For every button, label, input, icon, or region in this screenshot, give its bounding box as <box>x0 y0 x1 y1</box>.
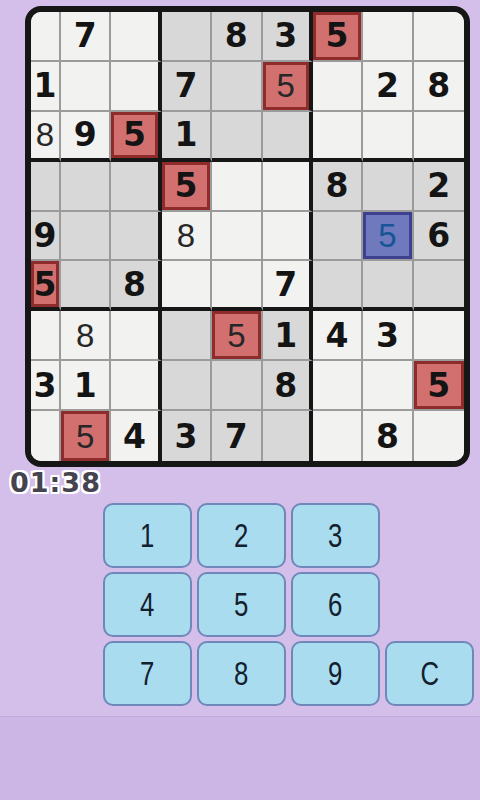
cell-r1c6[interactable]: 3 <box>263 12 313 62</box>
cell-r8c5[interactable] <box>212 361 262 411</box>
cell-r9c9[interactable] <box>414 411 464 461</box>
cell-r8c9[interactable]: 5 <box>414 361 464 411</box>
given-digit: 4 <box>123 420 146 453</box>
cell-r5c3[interactable] <box>111 212 161 262</box>
cell-r4c1[interactable] <box>31 162 61 212</box>
given-digit: 1 <box>74 369 97 402</box>
user-digit: 8 <box>76 319 94 352</box>
timer: 01:38 <box>10 467 101 498</box>
cell-r4c4[interactable]: 5 <box>162 162 212 212</box>
numpad-button-label: 5 <box>234 586 248 624</box>
numpad-button-label: 4 <box>140 586 154 624</box>
numpad-button-9[interactable]: 9 <box>291 641 380 706</box>
given-digit: 9 <box>74 118 97 151</box>
given-digit: 8 <box>225 19 248 52</box>
given-digit: 8 <box>123 268 146 301</box>
user-digit: 5 <box>277 69 295 102</box>
given-digit: 8 <box>376 420 399 453</box>
numpad-button-label: 6 <box>328 586 342 624</box>
given-digit: 7 <box>274 268 297 301</box>
cell-r5c5[interactable] <box>212 212 262 262</box>
given-digit: 7 <box>74 19 97 52</box>
cell-r1c4[interactable] <box>162 12 212 62</box>
cell-r4c7[interactable]: 8 <box>313 162 363 212</box>
cell-r6c4[interactable] <box>162 261 212 311</box>
cell-r6c2[interactable] <box>61 261 111 311</box>
cell-r8c8[interactable] <box>363 361 413 411</box>
numpad-button-4[interactable]: 4 <box>103 572 192 637</box>
given-digit: 5 <box>34 268 57 301</box>
cell-r1c2[interactable]: 7 <box>61 12 111 62</box>
user-digit: 8 <box>36 118 54 151</box>
cell-r5c2[interactable] <box>61 212 111 262</box>
numpad-button-clear[interactable]: C <box>385 641 474 706</box>
cell-r3c3[interactable]: 5 <box>111 112 161 162</box>
cell-r1c9[interactable] <box>414 12 464 62</box>
numpad-button-label: C <box>420 655 439 693</box>
cell-r2c1[interactable]: 1 <box>31 62 61 112</box>
cell-r2c5[interactable] <box>212 62 262 112</box>
cell-r5c8[interactable]: 5 <box>363 212 413 262</box>
cell-r3c2[interactable]: 9 <box>61 112 111 162</box>
given-digit: 1 <box>274 319 297 352</box>
cell-r6c6[interactable]: 7 <box>263 261 313 311</box>
given-digit: 5 <box>174 169 197 202</box>
cell-r7c2[interactable]: 8 <box>61 311 111 361</box>
cell-r7c3[interactable] <box>111 311 161 361</box>
numpad-button-label: 7 <box>140 655 154 693</box>
numpad-button-label: 1 <box>140 517 154 555</box>
cell-r5c1[interactable]: 9 <box>31 212 61 262</box>
cell-r5c7[interactable] <box>313 212 363 262</box>
given-digit: 1 <box>34 69 57 102</box>
cell-r6c5[interactable] <box>212 261 262 311</box>
cell-r3c6[interactable] <box>263 112 313 162</box>
cell-r8c4[interactable] <box>162 361 212 411</box>
cell-r1c1[interactable] <box>31 12 61 62</box>
given-digit: 3 <box>174 420 197 453</box>
user-digit: 5 <box>227 319 245 352</box>
cell-r4c8[interactable] <box>363 162 413 212</box>
given-digit: 9 <box>34 219 57 252</box>
numpad-button-label: 3 <box>328 517 342 555</box>
given-digit: 8 <box>274 369 297 402</box>
numpad-button-label: 8 <box>234 655 248 693</box>
given-digit: 7 <box>174 69 197 102</box>
pad-row: 456 <box>103 572 474 637</box>
cell-r5c6[interactable] <box>263 212 313 262</box>
app-screen: 7835175288951582985658785143318554378 01… <box>0 0 480 800</box>
cell-r4c2[interactable] <box>61 162 111 212</box>
cell-r7c6[interactable]: 1 <box>263 311 313 361</box>
user-digit: 8 <box>177 219 195 252</box>
cell-r7c9[interactable] <box>414 311 464 361</box>
numpad-button-6[interactable]: 6 <box>291 572 380 637</box>
numpad-button-8[interactable]: 8 <box>197 641 286 706</box>
cell-r4c6[interactable] <box>263 162 313 212</box>
given-digit: 5 <box>427 369 450 402</box>
pad-row: 789C <box>103 641 474 706</box>
cell-r5c4[interactable]: 8 <box>162 212 212 262</box>
numpad-button-1[interactable]: 1 <box>103 503 192 568</box>
cell-r5c9[interactable]: 6 <box>414 212 464 262</box>
cell-r9c3[interactable]: 4 <box>111 411 161 461</box>
cell-r4c9[interactable]: 2 <box>414 162 464 212</box>
given-digit: 4 <box>326 319 349 352</box>
cell-r3c7[interactable] <box>313 112 363 162</box>
cell-r8c3[interactable] <box>111 361 161 411</box>
cell-r9c4[interactable]: 3 <box>162 411 212 461</box>
given-digit: 2 <box>427 169 450 202</box>
bottom-band <box>0 716 480 800</box>
cell-r4c3[interactable] <box>111 162 161 212</box>
cell-r6c3[interactable]: 8 <box>111 261 161 311</box>
cell-r9c8[interactable]: 8 <box>363 411 413 461</box>
cell-r3c1[interactable]: 8 <box>31 112 61 162</box>
cell-r1c5[interactable]: 8 <box>212 12 262 62</box>
cell-r6c9[interactable] <box>414 261 464 311</box>
cell-r7c1[interactable] <box>31 311 61 361</box>
cell-r7c5[interactable]: 5 <box>212 311 262 361</box>
given-digit: 2 <box>376 69 399 102</box>
number-pad: 123456789C <box>103 503 474 710</box>
numpad-button-label: 9 <box>328 655 342 693</box>
cell-r3c8[interactable] <box>363 112 413 162</box>
cell-r8c7[interactable] <box>313 361 363 411</box>
given-digit: 5 <box>123 118 146 151</box>
cell-r9c1[interactable] <box>31 411 61 461</box>
cell-r9c7[interactable] <box>313 411 363 461</box>
cell-r7c4[interactable] <box>162 311 212 361</box>
cell-r3c9[interactable] <box>414 112 464 162</box>
cell-r2c6[interactable]: 5 <box>263 62 313 112</box>
cell-r8c6[interactable]: 8 <box>263 361 313 411</box>
cell-r7c7[interactable]: 4 <box>313 311 363 361</box>
numpad-button-7[interactable]: 7 <box>103 641 192 706</box>
cell-r3c4[interactable]: 1 <box>162 112 212 162</box>
numpad-button-2[interactable]: 2 <box>197 503 286 568</box>
cell-r2c8[interactable]: 2 <box>363 62 413 112</box>
cell-r8c1[interactable]: 3 <box>31 361 61 411</box>
cell-r6c7[interactable] <box>313 261 363 311</box>
given-digit: 3 <box>34 369 57 402</box>
user-digit: 5 <box>76 420 94 453</box>
given-digit: 6 <box>427 219 450 252</box>
given-digit: 1 <box>174 118 197 151</box>
cell-r6c8[interactable] <box>363 261 413 311</box>
given-digit: 3 <box>376 319 399 352</box>
cell-r2c9[interactable]: 8 <box>414 62 464 112</box>
pad-row: 123 <box>103 503 474 568</box>
user-digit: 5 <box>378 219 396 252</box>
given-digit: 8 <box>326 169 349 202</box>
numpad-button-5[interactable]: 5 <box>197 572 286 637</box>
sudoku-board: 7835175288951582985658785143318554378 <box>25 6 470 467</box>
cell-r2c3[interactable] <box>111 62 161 112</box>
cell-r1c3[interactable] <box>111 12 161 62</box>
numpad-button-label: 2 <box>234 517 248 555</box>
cell-r9c6[interactable] <box>263 411 313 461</box>
cell-r1c7[interactable]: 5 <box>313 12 363 62</box>
given-digit: 5 <box>326 19 349 52</box>
given-digit: 8 <box>427 69 450 102</box>
cell-r2c4[interactable]: 7 <box>162 62 212 112</box>
cell-r3c5[interactable] <box>212 112 262 162</box>
numpad-button-3[interactable]: 3 <box>291 503 380 568</box>
cell-r9c5[interactable]: 7 <box>212 411 262 461</box>
cell-r4c5[interactable] <box>212 162 262 212</box>
cell-r2c2[interactable] <box>61 62 111 112</box>
given-digit: 7 <box>225 420 248 453</box>
cell-r7c8[interactable]: 3 <box>363 311 413 361</box>
given-digit: 3 <box>274 19 297 52</box>
cell-r8c2[interactable]: 1 <box>61 361 111 411</box>
cell-r9c2[interactable]: 5 <box>61 411 111 461</box>
cell-r2c7[interactable] <box>313 62 363 112</box>
cell-r1c8[interactable] <box>363 12 413 62</box>
cell-r6c1[interactable]: 5 <box>31 261 61 311</box>
